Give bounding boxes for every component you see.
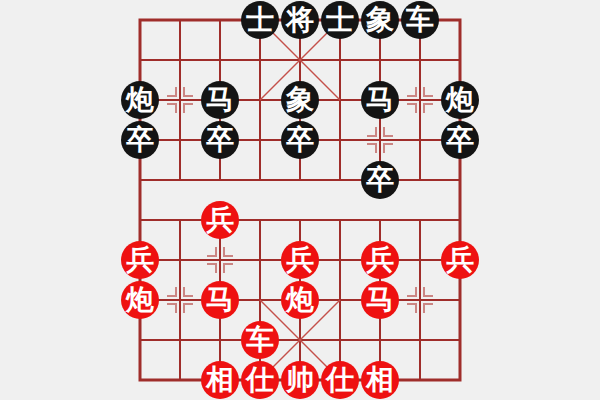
piece-red-cannon[interactable]: 炮 bbox=[121, 281, 159, 319]
piece-red-soldier[interactable]: 兵 bbox=[201, 201, 239, 239]
piece-black-soldier[interactable]: 卒 bbox=[281, 121, 319, 159]
xiangqi-board: 士将士象车炮马象马炮卒卒卒卒卒兵兵兵兵兵炮马炮马车相仕帅仕相 bbox=[0, 0, 600, 400]
piece-red-advisor[interactable]: 仕 bbox=[241, 361, 279, 399]
piece-red-advisor[interactable]: 仕 bbox=[321, 361, 359, 399]
piece-red-general[interactable]: 帅 bbox=[281, 361, 319, 399]
piece-red-chariot[interactable]: 车 bbox=[241, 321, 279, 359]
piece-red-soldier[interactable]: 兵 bbox=[281, 241, 319, 279]
piece-black-horse[interactable]: 马 bbox=[361, 81, 399, 119]
pieces-grid[interactable]: 士将士象车炮马象马炮卒卒卒卒卒兵兵兵兵兵炮马炮马车相仕帅仕相 bbox=[120, 0, 480, 400]
piece-black-advisor[interactable]: 士 bbox=[241, 1, 279, 39]
piece-black-soldier[interactable]: 卒 bbox=[441, 121, 479, 159]
piece-black-cannon[interactable]: 炮 bbox=[441, 81, 479, 119]
piece-black-elephant[interactable]: 象 bbox=[281, 81, 319, 119]
piece-black-general[interactable]: 将 bbox=[281, 1, 319, 39]
piece-red-soldier[interactable]: 兵 bbox=[441, 241, 479, 279]
piece-black-chariot[interactable]: 车 bbox=[401, 1, 439, 39]
piece-black-cannon[interactable]: 炮 bbox=[121, 81, 159, 119]
piece-black-advisor[interactable]: 士 bbox=[321, 1, 359, 39]
piece-red-cannon[interactable]: 炮 bbox=[281, 281, 319, 319]
piece-black-elephant[interactable]: 象 bbox=[361, 1, 399, 39]
piece-red-horse[interactable]: 马 bbox=[361, 281, 399, 319]
piece-red-elephant[interactable]: 相 bbox=[361, 361, 399, 399]
piece-black-soldier[interactable]: 卒 bbox=[121, 121, 159, 159]
piece-red-soldier[interactable]: 兵 bbox=[361, 241, 399, 279]
piece-black-horse[interactable]: 马 bbox=[201, 81, 239, 119]
piece-red-elephant[interactable]: 相 bbox=[201, 361, 239, 399]
piece-black-soldier[interactable]: 卒 bbox=[201, 121, 239, 159]
piece-black-soldier[interactable]: 卒 bbox=[361, 161, 399, 199]
piece-red-horse[interactable]: 马 bbox=[201, 281, 239, 319]
piece-red-soldier[interactable]: 兵 bbox=[121, 241, 159, 279]
